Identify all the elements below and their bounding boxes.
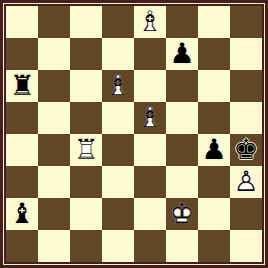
white-bishop-e8[interactable]: ♝♗ (134, 6, 166, 38)
black-bishop-a2[interactable]: ♝ (6, 198, 38, 230)
square-g8[interactable] (198, 6, 230, 38)
square-d5[interactable] (102, 102, 134, 134)
white-piece-outline: ♔ (166, 198, 198, 230)
square-h2[interactable] (230, 198, 262, 230)
white-bishop-d6[interactable]: ♝♗ (102, 70, 134, 102)
square-d3[interactable] (102, 166, 134, 198)
white-piece-outline: ♙ (230, 166, 262, 198)
square-f1[interactable] (166, 230, 198, 262)
square-h1[interactable] (230, 230, 262, 262)
white-king-f2[interactable]: ♚♔ (166, 198, 198, 230)
square-f3[interactable] (166, 166, 198, 198)
white-bishop-e5[interactable]: ♝♗ (134, 102, 166, 134)
square-e2[interactable] (134, 198, 166, 230)
square-c3[interactable] (70, 166, 102, 198)
square-b8[interactable] (38, 6, 70, 38)
square-d7[interactable] (102, 38, 134, 70)
board-frame-pinstripe: ♝♗♟♜♝♗♝♗♜♖♟♚♟♙♝♚♔ (3, 3, 265, 265)
square-e3[interactable] (134, 166, 166, 198)
square-f4[interactable] (166, 134, 198, 166)
square-h4[interactable]: ♚ (230, 134, 262, 166)
square-a5[interactable] (6, 102, 38, 134)
square-e5[interactable]: ♝♗ (134, 102, 166, 134)
square-d8[interactable] (102, 6, 134, 38)
square-f2[interactable]: ♚♔ (166, 198, 198, 230)
square-a2[interactable]: ♝ (6, 198, 38, 230)
white-rook-c4[interactable]: ♜♖ (70, 134, 102, 166)
square-g5[interactable] (198, 102, 230, 134)
square-d6[interactable]: ♝♗ (102, 70, 134, 102)
black-pawn-g4[interactable]: ♟ (198, 134, 230, 166)
square-b1[interactable] (38, 230, 70, 262)
board-frame: ♝♗♟♜♝♗♝♗♜♖♟♚♟♙♝♚♔ (0, 0, 268, 268)
square-h8[interactable] (230, 6, 262, 38)
square-c1[interactable] (70, 230, 102, 262)
square-f5[interactable] (166, 102, 198, 134)
white-piece-outline: ♗ (102, 70, 134, 102)
square-h6[interactable] (230, 70, 262, 102)
square-h7[interactable] (230, 38, 262, 70)
square-a3[interactable] (6, 166, 38, 198)
square-e4[interactable] (134, 134, 166, 166)
square-f6[interactable] (166, 70, 198, 102)
square-c2[interactable] (70, 198, 102, 230)
square-a7[interactable] (6, 38, 38, 70)
white-pawn-h3[interactable]: ♟♙ (230, 166, 262, 198)
square-c5[interactable] (70, 102, 102, 134)
square-d2[interactable] (102, 198, 134, 230)
square-g7[interactable] (198, 38, 230, 70)
square-b3[interactable] (38, 166, 70, 198)
square-e7[interactable] (134, 38, 166, 70)
square-a4[interactable] (6, 134, 38, 166)
white-piece-outline: ♖ (70, 134, 102, 166)
square-h3[interactable]: ♟♙ (230, 166, 262, 198)
square-c4[interactable]: ♜♖ (70, 134, 102, 166)
square-b2[interactable] (38, 198, 70, 230)
square-b6[interactable] (38, 70, 70, 102)
square-e6[interactable] (134, 70, 166, 102)
black-pawn-f7[interactable]: ♟ (166, 38, 198, 70)
white-piece-outline: ♗ (134, 6, 166, 38)
square-d1[interactable] (102, 230, 134, 262)
square-f8[interactable] (166, 6, 198, 38)
square-g1[interactable] (198, 230, 230, 262)
square-a1[interactable] (6, 230, 38, 262)
square-c7[interactable] (70, 38, 102, 70)
square-g3[interactable] (198, 166, 230, 198)
square-b7[interactable] (38, 38, 70, 70)
white-piece-outline: ♗ (134, 102, 166, 134)
square-b4[interactable] (38, 134, 70, 166)
square-d4[interactable] (102, 134, 134, 166)
black-rook-a6[interactable]: ♜ (6, 70, 38, 102)
square-a6[interactable]: ♜ (6, 70, 38, 102)
square-c6[interactable] (70, 70, 102, 102)
square-g2[interactable] (198, 198, 230, 230)
square-g6[interactable] (198, 70, 230, 102)
chess-board: ♝♗♟♜♝♗♝♗♜♖♟♚♟♙♝♚♔ (6, 6, 262, 262)
square-e1[interactable] (134, 230, 166, 262)
square-a8[interactable] (6, 6, 38, 38)
square-b5[interactable] (38, 102, 70, 134)
square-c8[interactable] (70, 6, 102, 38)
square-g4[interactable]: ♟ (198, 134, 230, 166)
square-h5[interactable] (230, 102, 262, 134)
square-f7[interactable]: ♟ (166, 38, 198, 70)
black-king-h4[interactable]: ♚ (230, 134, 262, 166)
square-e8[interactable]: ♝♗ (134, 6, 166, 38)
